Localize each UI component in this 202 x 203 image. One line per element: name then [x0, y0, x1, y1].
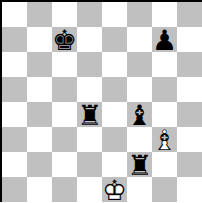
square-e5[interactable]	[102, 77, 127, 102]
square-d4[interactable]: ♜	[77, 102, 102, 127]
square-b7[interactable]	[27, 27, 52, 52]
square-f6[interactable]	[127, 52, 152, 77]
square-c2[interactable]	[52, 152, 77, 177]
black-rook-glyph: ♜	[127, 152, 152, 180]
square-c5[interactable]	[52, 77, 77, 102]
square-a4[interactable]	[2, 102, 27, 127]
square-a1[interactable]	[2, 177, 27, 202]
square-a2[interactable]	[2, 152, 27, 177]
chess-board: ♚♟♜♝♝♗♜♚♔	[0, 0, 202, 202]
square-f4[interactable]: ♝	[127, 102, 152, 127]
square-a6[interactable]	[2, 52, 27, 77]
square-a3[interactable]	[2, 127, 27, 152]
square-h8[interactable]	[177, 2, 202, 27]
piece-black-king[interactable]: ♚	[52, 27, 77, 55]
square-g5[interactable]	[152, 77, 177, 102]
square-g1[interactable]	[152, 177, 177, 202]
square-b4[interactable]	[27, 102, 52, 127]
piece-white-king[interactable]: ♚♔	[102, 177, 127, 203]
square-d1[interactable]	[77, 177, 102, 202]
white-bishop-glyph: ♗	[152, 127, 177, 155]
square-h1[interactable]	[177, 177, 202, 202]
square-b8[interactable]	[27, 2, 52, 27]
square-a7[interactable]	[2, 27, 27, 52]
square-e8[interactable]	[102, 2, 127, 27]
square-b5[interactable]	[27, 77, 52, 102]
square-b6[interactable]	[27, 52, 52, 77]
square-g3[interactable]: ♝♗	[152, 127, 177, 152]
piece-black-rook[interactable]: ♜	[77, 102, 102, 130]
square-b3[interactable]	[27, 127, 52, 152]
black-bishop-glyph: ♝	[127, 102, 152, 130]
black-king-glyph: ♚	[52, 27, 77, 55]
square-c3[interactable]	[52, 127, 77, 152]
square-f8[interactable]	[127, 2, 152, 27]
square-d6[interactable]	[77, 52, 102, 77]
piece-black-bishop[interactable]: ♝	[127, 102, 152, 130]
square-h5[interactable]	[177, 77, 202, 102]
square-h4[interactable]	[177, 102, 202, 127]
square-d7[interactable]	[77, 27, 102, 52]
piece-black-pawn[interactable]: ♟	[152, 27, 177, 55]
square-c1[interactable]	[52, 177, 77, 202]
square-d2[interactable]	[77, 152, 102, 177]
square-e1[interactable]: ♚♔	[102, 177, 127, 202]
square-g7[interactable]: ♟	[152, 27, 177, 52]
square-e6[interactable]	[102, 52, 127, 77]
square-h7[interactable]	[177, 27, 202, 52]
square-f2[interactable]: ♜	[127, 152, 152, 177]
square-b1[interactable]	[27, 177, 52, 202]
square-f7[interactable]	[127, 27, 152, 52]
square-h2[interactable]	[177, 152, 202, 177]
square-e3[interactable]	[102, 127, 127, 152]
square-c4[interactable]	[52, 102, 77, 127]
square-a8[interactable]	[2, 2, 27, 27]
square-a5[interactable]	[2, 77, 27, 102]
square-h6[interactable]	[177, 52, 202, 77]
square-h3[interactable]	[177, 127, 202, 152]
black-pawn-glyph: ♟	[152, 27, 177, 55]
square-d8[interactable]	[77, 2, 102, 27]
black-rook-glyph: ♜	[77, 102, 102, 130]
piece-black-rook[interactable]: ♜	[127, 152, 152, 180]
square-c7[interactable]: ♚	[52, 27, 77, 52]
square-b2[interactable]	[27, 152, 52, 177]
chess-diagram: ♚♟♜♝♝♗♜♚♔	[0, 0, 202, 202]
piece-white-bishop[interactable]: ♝♗	[152, 127, 177, 155]
white-king-glyph: ♔	[102, 177, 127, 203]
square-e7[interactable]	[102, 27, 127, 52]
square-e4[interactable]	[102, 102, 127, 127]
